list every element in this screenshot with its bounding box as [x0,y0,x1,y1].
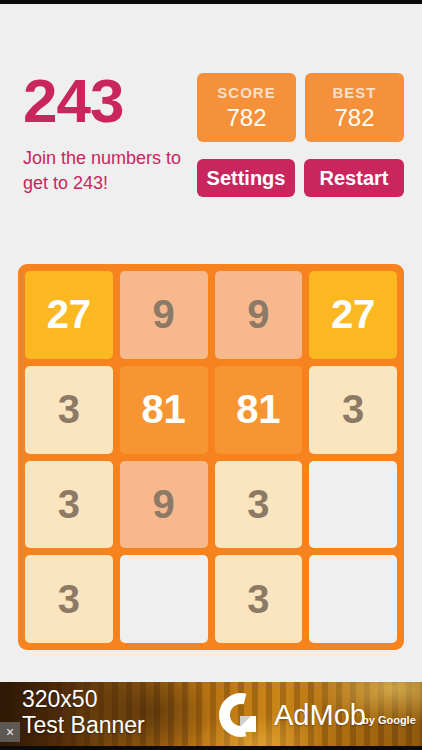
empty-cell [309,461,397,549]
best-value: 782 [334,104,374,132]
admob-brand-text: AdMob [274,699,366,732]
tile-81: 81 [120,366,208,454]
tile-27: 27 [25,271,113,359]
game-title: 243 [23,72,123,130]
best-label: BEST [332,84,376,101]
admob-logo-icon [213,692,263,738]
ad-size-text: 320x50 [22,686,97,712]
empty-cell [309,555,397,643]
tile-3: 3 [25,366,113,454]
status-bar-bottom [0,746,422,750]
ad-close-button[interactable]: × [0,722,20,742]
tile-3: 3 [309,366,397,454]
score-box: SCORE 782 [197,73,296,142]
ad-name-text: Test Banner [22,712,145,738]
tile-3: 3 [215,555,303,643]
game-subtitle: Join the numbers to get to 243! [23,146,208,196]
settings-button[interactable]: Settings [197,159,295,197]
restart-button[interactable]: Restart [304,159,404,197]
score-row: SCORE 782 BEST 782 [197,73,404,142]
tile-9: 9 [120,271,208,359]
tile-3: 3 [25,555,113,643]
admob-byline-text: by Google [362,714,416,726]
tile-3: 3 [215,461,303,549]
tile-81: 81 [215,366,303,454]
ad-banner[interactable]: 320x50 Test Banner × AdMob by Google [0,682,422,746]
score-label: SCORE [217,84,275,101]
tile-27: 27 [309,271,397,359]
status-bar-top [0,0,422,4]
button-row: Settings Restart [197,159,404,197]
tile-9: 9 [120,461,208,549]
tile-9: 9 [215,271,303,359]
empty-cell [120,555,208,643]
score-value: 782 [226,104,266,132]
best-box: BEST 782 [305,73,404,142]
board[interactable]: 27992738181339333 [18,264,404,650]
tile-3: 3 [25,461,113,549]
